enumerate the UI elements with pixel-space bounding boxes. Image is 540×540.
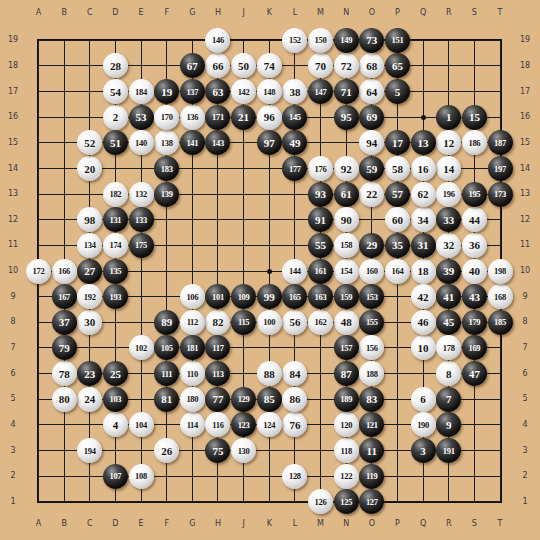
stone-black-R16: 1	[436, 105, 461, 130]
stone-black-K5: 85	[257, 387, 282, 412]
stone-black-P19: 151	[385, 28, 410, 53]
column-label-bottom: E	[139, 520, 144, 528]
row-label-left: 15	[8, 139, 18, 147]
stone-black-P13: 57	[385, 182, 410, 207]
stone-black-T8: 185	[488, 310, 513, 335]
column-label-bottom: O	[369, 520, 375, 528]
column-label-bottom: L	[293, 520, 297, 528]
stone-white-M1: 126	[308, 489, 333, 514]
stone-white-N11: 158	[334, 233, 359, 258]
stone-white-C5: 24	[77, 387, 102, 412]
column-label-bottom: H	[215, 520, 221, 528]
column-label-top: E	[139, 9, 144, 17]
row-label-left: 5	[10, 395, 15, 403]
stone-black-S9: 43	[462, 284, 487, 309]
stone-black-M17: 147	[308, 79, 333, 104]
stone-black-D6: 25	[103, 361, 128, 386]
star-point	[267, 269, 272, 274]
row-label-left: 7	[10, 344, 15, 352]
column-label-bottom: D	[112, 520, 118, 528]
column-label-top: G	[189, 9, 195, 17]
stone-white-P14: 58	[385, 156, 410, 181]
column-label-top: F	[164, 9, 169, 17]
stone-white-C11: 134	[77, 233, 102, 258]
column-label-bottom: C	[87, 520, 93, 528]
stone-white-Q7: 10	[411, 335, 436, 360]
column-label-bottom: J	[242, 520, 244, 528]
stone-black-D2: 107	[103, 464, 128, 489]
row-label-right: 12	[520, 216, 530, 224]
stone-white-B6: 78	[52, 361, 77, 386]
go-board-screenshot: AABBCCDDEEFFGGHHJJKKLLMMNNOOPPQQRRSSTT19…	[0, 0, 540, 540]
stone-black-J8: 115	[231, 310, 256, 335]
row-label-right: 6	[522, 370, 527, 378]
row-label-right: 4	[522, 421, 527, 429]
row-label-right: 2	[522, 472, 527, 480]
row-label-left: 3	[10, 447, 15, 455]
stone-black-D10: 135	[103, 259, 128, 284]
stone-black-K9: 99	[257, 284, 282, 309]
row-label-right: 14	[520, 165, 530, 173]
stone-white-R13: 196	[436, 182, 461, 207]
stone-black-Q11: 31	[411, 233, 436, 258]
row-label-left: 6	[10, 370, 15, 378]
row-label-left: 19	[8, 36, 18, 44]
stone-black-Q3: 3	[411, 438, 436, 463]
stone-white-D17: 54	[103, 79, 128, 104]
row-label-right: 1	[522, 498, 527, 506]
row-label-left: 1	[10, 498, 15, 506]
column-label-top: Q	[420, 9, 426, 17]
stone-white-B5: 80	[52, 387, 77, 412]
row-label-right: 7	[522, 344, 527, 352]
column-label-top: R	[446, 9, 452, 17]
stone-black-R8: 45	[436, 310, 461, 335]
stone-white-M8: 162	[308, 310, 333, 335]
stone-black-B8: 37	[52, 310, 77, 335]
stone-white-E15: 140	[129, 130, 154, 155]
stone-black-L16: 145	[282, 105, 307, 130]
stone-white-O10: 160	[359, 259, 384, 284]
stone-black-D9: 193	[103, 284, 128, 309]
stone-black-B9: 167	[52, 284, 77, 309]
stone-white-N3: 118	[334, 438, 359, 463]
stone-white-Q4: 190	[411, 412, 436, 437]
stone-white-E2: 108	[129, 464, 154, 489]
column-label-top: D	[112, 9, 118, 17]
stone-black-P11: 35	[385, 233, 410, 258]
column-label-bottom: S	[472, 520, 477, 528]
stone-white-L2: 128	[282, 464, 307, 489]
stone-white-E4: 104	[129, 412, 154, 437]
stone-white-Q10: 18	[411, 259, 436, 284]
stone-black-O16: 69	[359, 105, 384, 130]
column-label-top: N	[343, 9, 349, 17]
stone-white-Q9: 42	[411, 284, 436, 309]
stone-white-M14: 176	[308, 156, 333, 181]
stone-black-O1: 127	[359, 489, 384, 514]
row-label-right: 18	[520, 62, 530, 70]
stone-white-D16: 2	[103, 105, 128, 130]
row-label-left: 11	[8, 241, 18, 249]
stone-white-K16: 96	[257, 105, 282, 130]
star-point	[421, 115, 426, 120]
stone-white-K8: 100	[257, 310, 282, 335]
column-label-bottom: T	[498, 520, 503, 528]
stone-white-G6: 110	[180, 361, 205, 386]
stone-black-D12: 131	[103, 207, 128, 232]
row-label-right: 13	[520, 190, 530, 198]
column-label-bottom: Q	[420, 520, 426, 528]
stone-black-R10: 39	[436, 259, 461, 284]
stone-black-M11: 55	[308, 233, 333, 258]
column-label-top: P	[395, 9, 400, 17]
stone-white-Q12: 34	[411, 207, 436, 232]
stone-black-O19: 73	[359, 28, 384, 53]
column-label-bottom: A	[36, 520, 41, 528]
column-label-bottom: R	[446, 520, 452, 528]
stone-white-E13: 132	[129, 182, 154, 207]
stone-white-Q14: 16	[411, 156, 436, 181]
row-label-left: 10	[8, 267, 18, 275]
stone-black-C10: 27	[77, 259, 102, 284]
stone-white-L5: 86	[282, 387, 307, 412]
stone-black-N7: 157	[334, 335, 359, 360]
stone-white-S11: 36	[462, 233, 487, 258]
stone-white-R11: 32	[436, 233, 461, 258]
stone-white-K4: 124	[257, 412, 282, 437]
column-label-top: T	[498, 9, 503, 17]
column-label-bottom: G	[189, 520, 195, 528]
stone-black-Q15: 13	[411, 130, 436, 155]
stone-black-M13: 93	[308, 182, 333, 207]
row-label-left: 4	[10, 421, 15, 429]
stone-white-N8: 48	[334, 310, 359, 335]
stone-black-S8: 179	[462, 310, 487, 335]
stone-black-F13: 139	[154, 182, 179, 207]
column-label-top: M	[317, 9, 324, 17]
column-label-bottom: K	[267, 520, 272, 528]
stone-white-N18: 72	[334, 53, 359, 78]
stone-black-N6: 87	[334, 361, 359, 386]
stone-black-O5: 83	[359, 387, 384, 412]
row-label-right: 10	[520, 267, 530, 275]
column-label-top: J	[242, 9, 244, 17]
stone-white-E17: 184	[129, 79, 154, 104]
stone-white-L10: 144	[282, 259, 307, 284]
row-label-left: 16	[8, 113, 18, 121]
stone-black-N1: 125	[334, 489, 359, 514]
stone-white-K6: 88	[257, 361, 282, 386]
row-label-right: 17	[520, 88, 530, 96]
stone-white-O13: 22	[359, 182, 384, 207]
stone-black-F8: 89	[154, 310, 179, 335]
row-label-right: 5	[522, 395, 527, 403]
row-label-right: 15	[520, 139, 530, 147]
column-label-bottom: B	[61, 520, 67, 528]
row-label-right: 9	[522, 293, 527, 301]
stone-white-G8: 112	[180, 310, 205, 335]
row-label-left: 9	[10, 293, 15, 301]
stone-black-N9: 159	[334, 284, 359, 309]
row-label-right: 3	[522, 447, 527, 455]
stone-black-N19: 149	[334, 28, 359, 53]
stone-white-G16: 136	[180, 105, 205, 130]
stone-white-B10: 166	[52, 259, 77, 284]
stone-black-N5: 189	[334, 387, 359, 412]
stone-white-S12: 44	[462, 207, 487, 232]
stone-white-J3: 130	[231, 438, 256, 463]
row-label-left: 8	[10, 318, 15, 326]
stone-white-G5: 180	[180, 387, 205, 412]
stone-white-Q8: 46	[411, 310, 436, 335]
column-label-bottom: M	[317, 520, 324, 528]
stone-black-S13: 195	[462, 182, 487, 207]
stone-white-Q5: 6	[411, 387, 436, 412]
stone-white-N10: 154	[334, 259, 359, 284]
row-label-left: 12	[8, 216, 18, 224]
stone-black-J16: 21	[231, 105, 256, 130]
stone-black-S16: 15	[462, 105, 487, 130]
stone-black-N17: 71	[334, 79, 359, 104]
row-label-left: 14	[8, 165, 18, 173]
column-label-top: S	[472, 9, 477, 17]
stone-black-O2: 119	[359, 464, 384, 489]
stone-white-E7: 102	[129, 335, 154, 360]
row-label-right: 8	[522, 318, 527, 326]
stone-white-T9: 168	[488, 284, 513, 309]
stone-white-F16: 170	[154, 105, 179, 130]
stone-white-M19: 150	[308, 28, 333, 53]
stone-black-E11: 175	[129, 233, 154, 258]
column-label-top: H	[215, 9, 221, 17]
column-label-bottom: N	[343, 520, 349, 528]
stone-black-N16: 95	[334, 105, 359, 130]
stone-black-O8: 155	[359, 310, 384, 335]
column-label-bottom: P	[395, 520, 400, 528]
column-label-top: C	[87, 9, 93, 17]
stone-white-C8: 30	[77, 310, 102, 335]
stone-black-T14: 197	[488, 156, 513, 181]
stone-white-N12: 90	[334, 207, 359, 232]
stone-black-K15: 97	[257, 130, 282, 155]
row-label-left: 13	[8, 190, 18, 198]
row-label-right: 19	[520, 36, 530, 44]
stone-black-N13: 61	[334, 182, 359, 207]
stone-white-G9: 106	[180, 284, 205, 309]
stone-white-N2: 122	[334, 464, 359, 489]
row-label-right: 16	[520, 113, 530, 121]
stone-white-N14: 92	[334, 156, 359, 181]
stone-black-S6: 47	[462, 361, 487, 386]
stone-black-D5: 103	[103, 387, 128, 412]
stone-white-K17: 148	[257, 79, 282, 104]
stone-black-F5: 81	[154, 387, 179, 412]
stone-white-D13: 182	[103, 182, 128, 207]
stone-white-T10: 198	[488, 259, 513, 284]
stone-white-P10: 164	[385, 259, 410, 284]
stone-white-D11: 174	[103, 233, 128, 258]
column-label-top: O	[369, 9, 375, 17]
stone-black-R5: 7	[436, 387, 461, 412]
stone-black-J5: 129	[231, 387, 256, 412]
stone-white-N4: 120	[334, 412, 359, 437]
go-board[interactable]: AABBCCDDEEFFGGHHJJKKLLMMNNOOPPQQRRSSTT19…	[0, 0, 540, 540]
row-label-left: 18	[8, 62, 18, 70]
row-label-right: 11	[520, 241, 530, 249]
row-label-left: 17	[8, 88, 18, 96]
stone-black-T15: 187	[488, 130, 513, 155]
column-label-top: B	[61, 9, 67, 17]
column-label-bottom: F	[164, 520, 169, 528]
stone-black-T13: 173	[488, 182, 513, 207]
stone-black-P17: 5	[385, 79, 410, 104]
stone-black-M10: 161	[308, 259, 333, 284]
stone-black-B7: 79	[52, 335, 77, 360]
row-label-left: 2	[10, 472, 15, 480]
stone-white-S10: 40	[462, 259, 487, 284]
column-label-top: A	[36, 9, 41, 17]
stone-black-G17: 137	[180, 79, 205, 104]
column-label-top: L	[293, 9, 297, 17]
column-label-top: K	[267, 9, 272, 17]
stone-white-Q13: 62	[411, 182, 436, 207]
stone-black-E12: 133	[129, 207, 154, 232]
stone-black-E16: 53	[129, 105, 154, 130]
stone-white-A10: 172	[26, 259, 51, 284]
